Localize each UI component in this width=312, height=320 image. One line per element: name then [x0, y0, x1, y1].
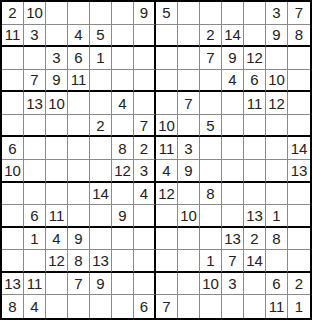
cell-r11c13-given[interactable]: 8	[266, 228, 288, 251]
cell-r11c2-given[interactable]: 1	[24, 228, 46, 251]
cell-r2c8-empty[interactable]	[156, 25, 178, 48]
cell-r1c1-given[interactable]: 2	[2, 2, 24, 25]
cell-r1c14-given[interactable]: 7	[288, 2, 310, 25]
cell-r10c13-given[interactable]: 1	[266, 205, 288, 228]
cell-r14c8-given[interactable]: 7	[156, 295, 178, 318]
cell-r13c8-empty[interactable]	[156, 273, 178, 296]
cell-r12c10-given[interactable]: 1	[200, 250, 222, 273]
cell-r3c6-empty[interactable]	[112, 47, 134, 70]
cell-r12c9-empty[interactable]	[178, 250, 200, 273]
cell-r11c8-empty[interactable]	[156, 228, 178, 251]
cell-r5c14-empty[interactable]	[288, 92, 310, 115]
cell-r12c12-given[interactable]: 14	[244, 250, 266, 273]
cell-r6c8-given[interactable]: 10	[156, 115, 178, 138]
cell-r2c10-given[interactable]: 2	[200, 25, 222, 48]
cell-r13c1-given[interactable]: 13	[2, 273, 24, 296]
cell-r13c13-given[interactable]: 6	[266, 273, 288, 296]
cell-r13c2-given[interactable]: 11	[24, 273, 46, 296]
cell-r2c7-empty[interactable]	[134, 25, 156, 48]
cell-r7c8-given[interactable]: 11	[156, 137, 178, 160]
cell-r4c4-given[interactable]: 11	[68, 70, 90, 93]
cell-r10c10-empty[interactable]	[200, 205, 222, 228]
cell-r3c4-given[interactable]: 6	[68, 47, 90, 70]
cell-r8c7-given[interactable]: 3	[134, 160, 156, 183]
cell-r14c10-empty[interactable]	[200, 295, 222, 318]
cell-r5c1-empty[interactable]	[2, 92, 24, 115]
cell-r13c5-given[interactable]: 9	[90, 273, 112, 296]
cell-r2c13-given[interactable]: 9	[266, 25, 288, 48]
cell-r7c11-empty[interactable]	[222, 137, 244, 160]
cell-r10c9-given[interactable]: 10	[178, 205, 200, 228]
cell-r10c5-empty[interactable]	[90, 205, 112, 228]
cell-r13c7-empty[interactable]	[134, 273, 156, 296]
cell-r11c6-empty[interactable]	[112, 228, 134, 251]
cell-r5c7-empty[interactable]	[134, 92, 156, 115]
cell-r12c11-given[interactable]: 7	[222, 250, 244, 273]
cell-r1c5-empty[interactable]	[90, 2, 112, 25]
cell-r4c13-given[interactable]: 10	[266, 70, 288, 93]
cell-r6c12-empty[interactable]	[244, 115, 266, 138]
cell-r3c3-given[interactable]: 3	[46, 47, 68, 70]
cell-r8c4-empty[interactable]	[68, 160, 90, 183]
cell-r1c3-empty[interactable]	[46, 2, 68, 25]
cell-r2c9-empty[interactable]	[178, 25, 200, 48]
cell-r13c14-given[interactable]: 2	[288, 273, 310, 296]
cell-r6c7-given[interactable]: 7	[134, 115, 156, 138]
cell-r2c14-given[interactable]: 8	[288, 25, 310, 48]
cell-r1c6-empty[interactable]	[112, 2, 134, 25]
cell-r11c11-given[interactable]: 13	[222, 228, 244, 251]
cell-r13c3-empty[interactable]	[46, 273, 68, 296]
cell-r6c6-empty[interactable]	[112, 115, 134, 138]
cell-r1c12-empty[interactable]	[244, 2, 266, 25]
cell-r4c2-given[interactable]: 7	[24, 70, 46, 93]
cell-r6c1-empty[interactable]	[2, 115, 24, 138]
cell-r4c6-empty[interactable]	[112, 70, 134, 93]
cell-r14c14-given[interactable]: 1	[288, 295, 310, 318]
cell-r1c10-empty[interactable]	[200, 2, 222, 25]
cell-r5c10-empty[interactable]	[200, 92, 222, 115]
cell-r9c9-empty[interactable]	[178, 183, 200, 206]
cell-r9c3-empty[interactable]	[46, 183, 68, 206]
cell-r1c2-given[interactable]: 10	[24, 2, 46, 25]
cell-r9c8-given[interactable]: 12	[156, 183, 178, 206]
cell-r5c6-given[interactable]: 4	[112, 92, 134, 115]
cell-r2c6-empty[interactable]	[112, 25, 134, 48]
cell-r3c8-empty[interactable]	[156, 47, 178, 70]
cell-r6c3-empty[interactable]	[46, 115, 68, 138]
cell-r11c14-empty[interactable]	[288, 228, 310, 251]
cell-r4c1-empty[interactable]	[2, 70, 24, 93]
cell-r10c12-given[interactable]: 13	[244, 205, 266, 228]
cell-r14c11-empty[interactable]	[222, 295, 244, 318]
cell-r5c12-given[interactable]: 11	[244, 92, 266, 115]
cell-r12c1-empty[interactable]	[2, 250, 24, 273]
cell-r10c8-empty[interactable]	[156, 205, 178, 228]
cell-r10c11-empty[interactable]	[222, 205, 244, 228]
cell-r10c2-given[interactable]: 6	[24, 205, 46, 228]
cell-r5c13-given[interactable]: 12	[266, 92, 288, 115]
cell-r4c14-empty[interactable]	[288, 70, 310, 93]
cell-r11c9-empty[interactable]	[178, 228, 200, 251]
cell-r8c3-empty[interactable]	[46, 160, 68, 183]
cell-r6c14-empty[interactable]	[288, 115, 310, 138]
cell-r8c13-empty[interactable]	[266, 160, 288, 183]
cell-r3c7-empty[interactable]	[134, 47, 156, 70]
cell-r5c9-given[interactable]: 7	[178, 92, 200, 115]
cell-r3c11-given[interactable]: 9	[222, 47, 244, 70]
cell-r4c5-empty[interactable]	[90, 70, 112, 93]
cell-r11c10-empty[interactable]	[200, 228, 222, 251]
cell-r13c12-empty[interactable]	[244, 273, 266, 296]
cell-r2c11-given[interactable]: 14	[222, 25, 244, 48]
cell-r3c13-empty[interactable]	[266, 47, 288, 70]
cell-r5c8-empty[interactable]	[156, 92, 178, 115]
cell-r12c13-empty[interactable]	[266, 250, 288, 273]
cell-r12c5-given[interactable]: 13	[90, 250, 112, 273]
cell-r14c12-empty[interactable]	[244, 295, 266, 318]
cell-r11c12-given[interactable]: 2	[244, 228, 266, 251]
cell-r9c14-empty[interactable]	[288, 183, 310, 206]
cell-r9c2-empty[interactable]	[24, 183, 46, 206]
cell-r2c3-empty[interactable]	[46, 25, 68, 48]
cell-r10c6-given[interactable]: 9	[112, 205, 134, 228]
cell-r9c1-empty[interactable]	[2, 183, 24, 206]
cell-r7c7-given[interactable]: 2	[134, 137, 156, 160]
cell-r14c1-given[interactable]: 8	[2, 295, 24, 318]
cell-r11c1-empty[interactable]	[2, 228, 24, 251]
cell-r7c6-given[interactable]: 8	[112, 137, 134, 160]
cell-r11c3-given[interactable]: 4	[46, 228, 68, 251]
cell-r9c6-empty[interactable]	[112, 183, 134, 206]
cell-r3c5-given[interactable]: 1	[90, 47, 112, 70]
cell-r2c1-given[interactable]: 11	[2, 25, 24, 48]
cell-r1c4-empty[interactable]	[68, 2, 90, 25]
cell-r6c4-empty[interactable]	[68, 115, 90, 138]
cell-r1c7-given[interactable]: 9	[134, 2, 156, 25]
cell-r9c10-given[interactable]: 8	[200, 183, 222, 206]
cell-r8c14-given[interactable]: 13	[288, 160, 310, 183]
cell-r12c3-given[interactable]: 12	[46, 250, 68, 273]
cell-r4c7-empty[interactable]	[134, 70, 156, 93]
cell-r7c4-empty[interactable]	[68, 137, 90, 160]
cell-r13c9-empty[interactable]	[178, 273, 200, 296]
cell-r2c5-given[interactable]: 5	[90, 25, 112, 48]
cell-r7c10-empty[interactable]	[200, 137, 222, 160]
cell-r8c6-given[interactable]: 12	[112, 160, 134, 183]
cell-r11c4-given[interactable]: 9	[68, 228, 90, 251]
cell-r12c4-given[interactable]: 8	[68, 250, 90, 273]
cell-r1c8-given[interactable]: 5	[156, 2, 178, 25]
cell-r11c5-empty[interactable]	[90, 228, 112, 251]
cell-r12c6-empty[interactable]	[112, 250, 134, 273]
sudoku-board: 2109537113452149836179127911461013104711…	[0, 0, 312, 320]
cell-r14c6-empty[interactable]	[112, 295, 134, 318]
cell-r9c4-empty[interactable]	[68, 183, 90, 206]
cell-r7c3-empty[interactable]	[46, 137, 68, 160]
cell-r4c10-empty[interactable]	[200, 70, 222, 93]
cell-r5c11-empty[interactable]	[222, 92, 244, 115]
cell-r12c14-empty[interactable]	[288, 250, 310, 273]
cell-r6c11-empty[interactable]	[222, 115, 244, 138]
cell-r14c9-empty[interactable]	[178, 295, 200, 318]
cell-r12c7-empty[interactable]	[134, 250, 156, 273]
cell-r14c3-empty[interactable]	[46, 295, 68, 318]
cell-r7c1-given[interactable]: 6	[2, 137, 24, 160]
cell-r2c2-given[interactable]: 3	[24, 25, 46, 48]
cell-r6c9-empty[interactable]	[178, 115, 200, 138]
cell-r2c4-given[interactable]: 4	[68, 25, 90, 48]
cell-r12c2-empty[interactable]	[24, 250, 46, 273]
cell-r8c12-empty[interactable]	[244, 160, 266, 183]
cell-r7c5-empty[interactable]	[90, 137, 112, 160]
cell-r12c8-empty[interactable]	[156, 250, 178, 273]
cell-r1c9-empty[interactable]	[178, 2, 200, 25]
cell-r13c4-given[interactable]: 7	[68, 273, 90, 296]
cell-r3c1-empty[interactable]	[2, 47, 24, 70]
cell-r14c2-given[interactable]: 4	[24, 295, 46, 318]
cell-r10c4-empty[interactable]	[68, 205, 90, 228]
cell-r4c9-empty[interactable]	[178, 70, 200, 93]
cell-r9c7-given[interactable]: 4	[134, 183, 156, 206]
cell-r14c4-empty[interactable]	[68, 295, 90, 318]
cell-r7c9-given[interactable]: 3	[178, 137, 200, 160]
cell-r6c10-given[interactable]: 5	[200, 115, 222, 138]
cell-r8c1-given[interactable]: 10	[2, 160, 24, 183]
cell-r3c14-empty[interactable]	[288, 47, 310, 70]
cell-r3c12-given[interactable]: 12	[244, 47, 266, 70]
cell-r1c11-empty[interactable]	[222, 2, 244, 25]
cell-r9c5-given[interactable]: 14	[90, 183, 112, 206]
cell-r5c4-empty[interactable]	[68, 92, 90, 115]
cell-r14c7-given[interactable]: 6	[134, 295, 156, 318]
cell-r4c11-given[interactable]: 4	[222, 70, 244, 93]
cell-r5c3-given[interactable]: 10	[46, 92, 68, 115]
cell-r10c3-given[interactable]: 11	[46, 205, 68, 228]
cell-r1c13-given[interactable]: 3	[266, 2, 288, 25]
cell-r13c6-empty[interactable]	[112, 273, 134, 296]
cell-r6c5-given[interactable]: 2	[90, 115, 112, 138]
cell-r3c2-empty[interactable]	[24, 47, 46, 70]
cell-r11c7-empty[interactable]	[134, 228, 156, 251]
cell-r14c5-empty[interactable]	[90, 295, 112, 318]
cell-r7c13-empty[interactable]	[266, 137, 288, 160]
cell-r4c12-given[interactable]: 6	[244, 70, 266, 93]
cell-r5c5-empty[interactable]	[90, 92, 112, 115]
cell-r7c12-empty[interactable]	[244, 137, 266, 160]
cell-r8c10-empty[interactable]	[200, 160, 222, 183]
cell-r8c5-empty[interactable]	[90, 160, 112, 183]
cell-r10c7-empty[interactable]	[134, 205, 156, 228]
cell-r3c9-empty[interactable]	[178, 47, 200, 70]
cell-r14c13-given[interactable]: 11	[266, 295, 288, 318]
cell-r8c9-given[interactable]: 9	[178, 160, 200, 183]
cell-r9c11-empty[interactable]	[222, 183, 244, 206]
cell-r8c8-given[interactable]: 4	[156, 160, 178, 183]
cell-r8c2-empty[interactable]	[24, 160, 46, 183]
cell-r9c13-empty[interactable]	[266, 183, 288, 206]
cell-r7c14-given[interactable]: 14	[288, 137, 310, 160]
cell-r10c1-empty[interactable]	[2, 205, 24, 228]
cell-r4c8-empty[interactable]	[156, 70, 178, 93]
cell-r5c2-given[interactable]: 13	[24, 92, 46, 115]
cell-r4c3-given[interactable]: 9	[46, 70, 68, 93]
cell-r9c12-empty[interactable]	[244, 183, 266, 206]
cell-r8c11-empty[interactable]	[222, 160, 244, 183]
cell-r13c10-given[interactable]: 10	[200, 273, 222, 296]
sudoku-page: 2109537113452149836179127911461013104711…	[0, 0, 312, 320]
cell-r6c13-empty[interactable]	[266, 115, 288, 138]
cell-r6c2-empty[interactable]	[24, 115, 46, 138]
cell-r7c2-empty[interactable]	[24, 137, 46, 160]
cell-r10c14-empty[interactable]	[288, 205, 310, 228]
cell-r13c11-given[interactable]: 3	[222, 273, 244, 296]
cell-r3c10-given[interactable]: 7	[200, 47, 222, 70]
cell-r2c12-empty[interactable]	[244, 25, 266, 48]
